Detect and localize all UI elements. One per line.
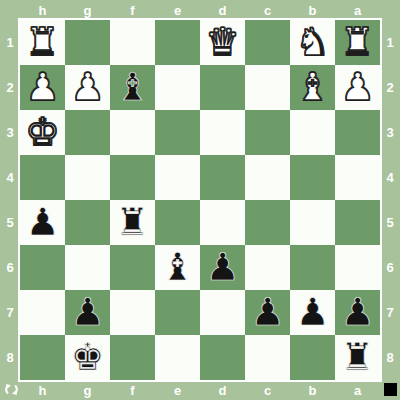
square-e4[interactable]	[155, 155, 200, 200]
coord-label-1: 1	[380, 20, 400, 65]
square-b3[interactable]	[290, 110, 335, 155]
piece-black-bishop: ♝	[115, 65, 149, 110]
square-b2[interactable]: ♝	[290, 65, 335, 110]
square-c6[interactable]	[245, 245, 290, 290]
square-b7[interactable]: ♟	[290, 290, 335, 335]
square-b5[interactable]	[290, 200, 335, 245]
square-d3[interactable]	[200, 110, 245, 155]
coord-label-1: 1	[0, 20, 20, 65]
coord-label-6: 6	[0, 245, 20, 290]
piece-white-pawn: ♟	[340, 65, 374, 110]
square-c7[interactable]: ♟	[245, 290, 290, 335]
piece-black-pawn: ♟	[25, 200, 59, 245]
coord-label-2: 2	[0, 65, 20, 110]
coord-label-a: a	[335, 380, 380, 400]
coord-label-6: 6	[380, 245, 400, 290]
coord-label-b: b	[290, 380, 335, 400]
square-g2[interactable]: ♟	[65, 65, 110, 110]
square-f8[interactable]	[110, 335, 155, 380]
piece-white-king: ♚	[25, 110, 59, 155]
square-a3[interactable]	[335, 110, 380, 155]
coord-label-5: 5	[380, 200, 400, 245]
square-f2[interactable]: ♝	[110, 65, 155, 110]
square-g4[interactable]	[65, 155, 110, 200]
square-b8[interactable]	[290, 335, 335, 380]
piece-black-king: ♚	[70, 335, 104, 380]
coord-label-h: h	[20, 0, 65, 20]
square-h4[interactable]	[20, 155, 65, 200]
coord-label-a: a	[335, 0, 380, 20]
square-c3[interactable]	[245, 110, 290, 155]
square-c1[interactable]	[245, 20, 290, 65]
square-d7[interactable]	[200, 290, 245, 335]
piece-black-rook: ♜	[115, 200, 149, 245]
square-h1[interactable]: ♜	[20, 20, 65, 65]
coord-label-h: h	[20, 380, 65, 400]
square-e6[interactable]: ♝	[155, 245, 200, 290]
piece-white-queen: ♛	[205, 20, 239, 65]
square-a4[interactable]	[335, 155, 380, 200]
square-a1[interactable]: ♜	[335, 20, 380, 65]
coord-label-4: 4	[0, 155, 20, 200]
coord-label-3: 3	[380, 110, 400, 155]
square-h8[interactable]	[20, 335, 65, 380]
square-b1[interactable]: ♞	[290, 20, 335, 65]
coord-label-7: 7	[0, 290, 20, 335]
file-labels-top: hgfedcba	[20, 0, 380, 20]
piece-white-pawn: ♟	[25, 65, 59, 110]
coord-label-8: 8	[0, 335, 20, 380]
square-d4[interactable]	[200, 155, 245, 200]
rank-labels-left: 12345678	[0, 20, 20, 380]
square-e2[interactable]	[155, 65, 200, 110]
square-h6[interactable]	[20, 245, 65, 290]
square-a8[interactable]: ♜	[335, 335, 380, 380]
square-a5[interactable]	[335, 200, 380, 245]
coord-label-8: 8	[380, 335, 400, 380]
piece-black-pawn: ♟	[250, 290, 284, 335]
circular-arrows-icon	[4, 382, 19, 397]
square-h7[interactable]	[20, 290, 65, 335]
coord-label-5: 5	[0, 200, 20, 245]
coord-label-b: b	[290, 0, 335, 20]
square-e7[interactable]	[155, 290, 200, 335]
square-f1[interactable]	[110, 20, 155, 65]
square-a6[interactable]	[335, 245, 380, 290]
square-g7[interactable]: ♟	[65, 290, 110, 335]
square-f7[interactable]	[110, 290, 155, 335]
square-f6[interactable]	[110, 245, 155, 290]
coord-label-c: c	[245, 380, 290, 400]
piece-white-knight: ♞	[295, 20, 329, 65]
square-e8[interactable]	[155, 335, 200, 380]
square-e1[interactable]	[155, 20, 200, 65]
square-g6[interactable]	[65, 245, 110, 290]
rank-labels-right: 12345678	[380, 20, 400, 380]
square-c4[interactable]	[245, 155, 290, 200]
square-g5[interactable]	[65, 200, 110, 245]
coord-label-f: f	[110, 0, 155, 20]
coord-label-c: c	[245, 0, 290, 20]
piece-white-bishop: ♝	[295, 65, 329, 110]
board: ♜♛♞♜♟♟♝♝♟♚♟♜♝♟♟♟♟♟♚♜	[20, 20, 380, 380]
piece-black-rook: ♜	[340, 335, 374, 380]
file-labels-bottom: hgfedcba	[20, 380, 380, 400]
coord-label-4: 4	[380, 155, 400, 200]
square-h2[interactable]: ♟	[20, 65, 65, 110]
square-f3[interactable]	[110, 110, 155, 155]
coord-label-g: g	[65, 380, 110, 400]
square-c2[interactable]	[245, 65, 290, 110]
flip-board-icon[interactable]	[4, 382, 19, 397]
chessboard-frame: hgfedcba hgfedcba 12345678 12345678 ♜♛♞♜…	[0, 0, 400, 400]
square-c8[interactable]	[245, 335, 290, 380]
square-f4[interactable]	[110, 155, 155, 200]
piece-black-pawn: ♟	[205, 245, 239, 290]
piece-white-pawn: ♟	[70, 65, 104, 110]
coord-label-3: 3	[0, 110, 20, 155]
square-d2[interactable]	[200, 65, 245, 110]
piece-black-bishop: ♝	[160, 245, 194, 290]
black-to-move-indicator	[384, 383, 397, 396]
square-g8[interactable]: ♚	[65, 335, 110, 380]
square-d5[interactable]	[200, 200, 245, 245]
coord-label-g: g	[65, 0, 110, 20]
square-d8[interactable]	[200, 335, 245, 380]
square-d6[interactable]: ♟	[200, 245, 245, 290]
square-b4[interactable]	[290, 155, 335, 200]
square-h5[interactable]: ♟	[20, 200, 65, 245]
coord-label-d: d	[200, 380, 245, 400]
coord-label-2: 2	[380, 65, 400, 110]
square-b6[interactable]	[290, 245, 335, 290]
piece-black-pawn: ♟	[70, 290, 104, 335]
piece-black-pawn: ♟	[340, 290, 374, 335]
square-f5[interactable]: ♜	[110, 200, 155, 245]
piece-white-rook: ♜	[25, 20, 59, 65]
square-e3[interactable]	[155, 110, 200, 155]
square-c5[interactable]	[245, 200, 290, 245]
square-g3[interactable]	[65, 110, 110, 155]
coord-label-7: 7	[380, 290, 400, 335]
coord-label-e: e	[155, 0, 200, 20]
square-h3[interactable]: ♚	[20, 110, 65, 155]
coord-label-f: f	[110, 380, 155, 400]
square-e5[interactable]	[155, 200, 200, 245]
square-a2[interactable]: ♟	[335, 65, 380, 110]
square-g1[interactable]	[65, 20, 110, 65]
coord-label-d: d	[200, 0, 245, 20]
piece-white-rook: ♜	[340, 20, 374, 65]
square-a7[interactable]: ♟	[335, 290, 380, 335]
square-d1[interactable]: ♛	[200, 20, 245, 65]
piece-black-pawn: ♟	[295, 290, 329, 335]
coord-label-e: e	[155, 380, 200, 400]
